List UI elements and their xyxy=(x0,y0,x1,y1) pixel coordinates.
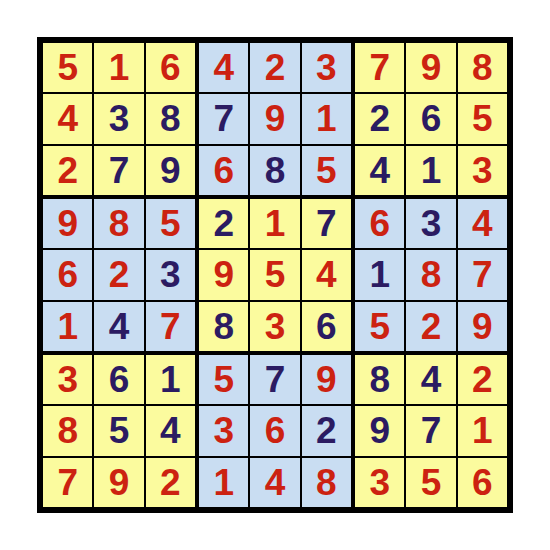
sudoku-cell-r1c5: 2 xyxy=(250,43,299,92)
sudoku-cell-r3c7: 4 xyxy=(355,146,404,195)
sudoku-block-r0c0: 516438279 xyxy=(43,43,195,195)
sudoku-cell-r3c1: 2 xyxy=(43,146,92,195)
sudoku-cell-r6c9: 9 xyxy=(458,302,507,351)
sudoku-cell-r7c9: 2 xyxy=(458,355,507,404)
sudoku-cell-r1c2: 1 xyxy=(94,43,143,92)
sudoku-cell-r3c9: 3 xyxy=(458,146,507,195)
sudoku-cell-r1c9: 8 xyxy=(458,43,507,92)
sudoku-cell-r2c9: 5 xyxy=(458,94,507,143)
sudoku-cell-r1c6: 3 xyxy=(302,43,351,92)
sudoku-cell-r1c7: 7 xyxy=(355,43,404,92)
sudoku-cell-r5c3: 3 xyxy=(146,250,195,299)
sudoku-cell-r4c8: 3 xyxy=(406,199,455,248)
sudoku-cell-r5c5: 5 xyxy=(250,250,299,299)
sudoku-cell-r9c3: 2 xyxy=(146,458,195,507)
sudoku-cell-r4c9: 4 xyxy=(458,199,507,248)
sudoku-cell-r1c8: 9 xyxy=(406,43,455,92)
sudoku-cell-r3c5: 8 xyxy=(250,146,299,195)
sudoku-cell-r5c4: 9 xyxy=(199,250,248,299)
sudoku-cell-r2c7: 2 xyxy=(355,94,404,143)
sudoku-cell-r4c4: 2 xyxy=(199,199,248,248)
sudoku-block-r0c2: 798265413 xyxy=(355,43,507,195)
sudoku-cell-r7c2: 6 xyxy=(94,355,143,404)
sudoku-cell-r9c4: 1 xyxy=(199,458,248,507)
sudoku-cell-r8c2: 5 xyxy=(94,406,143,455)
sudoku-cell-r8c4: 3 xyxy=(199,406,248,455)
sudoku-cell-r2c2: 3 xyxy=(94,94,143,143)
sudoku-cell-r2c3: 8 xyxy=(146,94,195,143)
sudoku-cell-r4c6: 7 xyxy=(302,199,351,248)
sudoku-block-r0c1: 423791685 xyxy=(199,43,351,195)
sudoku-cell-r6c4: 8 xyxy=(199,302,248,351)
sudoku-cell-r9c8: 5 xyxy=(406,458,455,507)
sudoku-cell-r7c6: 9 xyxy=(302,355,351,404)
sudoku-cell-r8c1: 8 xyxy=(43,406,92,455)
sudoku-cell-r8c7: 9 xyxy=(355,406,404,455)
sudoku-cell-r7c5: 7 xyxy=(250,355,299,404)
sudoku-cell-r8c6: 2 xyxy=(302,406,351,455)
sudoku-cell-r6c5: 3 xyxy=(250,302,299,351)
sudoku-cell-r1c4: 4 xyxy=(199,43,248,92)
sudoku-cell-r7c1: 3 xyxy=(43,355,92,404)
sudoku-cell-r5c2: 2 xyxy=(94,250,143,299)
sudoku-cell-r7c8: 4 xyxy=(406,355,455,404)
sudoku-cell-r5c7: 1 xyxy=(355,250,404,299)
sudoku-cell-r4c3: 5 xyxy=(146,199,195,248)
sudoku-cell-r7c4: 5 xyxy=(199,355,248,404)
sudoku-cell-r8c3: 4 xyxy=(146,406,195,455)
sudoku-cell-r2c1: 4 xyxy=(43,94,92,143)
sudoku-cell-r4c7: 6 xyxy=(355,199,404,248)
sudoku-cell-r7c7: 8 xyxy=(355,355,404,404)
sudoku-block-r1c1: 217954836 xyxy=(199,199,351,351)
sudoku-cell-r9c1: 7 xyxy=(43,458,92,507)
sudoku-cell-r6c8: 2 xyxy=(406,302,455,351)
sudoku-cell-r2c4: 7 xyxy=(199,94,248,143)
sudoku-cell-r4c5: 1 xyxy=(250,199,299,248)
sudoku-block-r2c1: 579362148 xyxy=(199,355,351,507)
sudoku-cell-r4c2: 8 xyxy=(94,199,143,248)
sudoku-cell-r2c6: 1 xyxy=(302,94,351,143)
sudoku-cell-r3c6: 5 xyxy=(302,146,351,195)
sudoku-cell-r1c3: 6 xyxy=(146,43,195,92)
sudoku-cell-r9c5: 4 xyxy=(250,458,299,507)
sudoku-cell-r5c9: 7 xyxy=(458,250,507,299)
sudoku-cell-r8c5: 6 xyxy=(250,406,299,455)
sudoku-board: 5164382794237916857982654139856231472179… xyxy=(37,37,513,513)
sudoku-cell-r9c9: 6 xyxy=(458,458,507,507)
page-background: 5164382794237916857982654139856231472179… xyxy=(0,0,550,550)
sudoku-cell-r8c9: 1 xyxy=(458,406,507,455)
sudoku-cell-r6c1: 1 xyxy=(43,302,92,351)
sudoku-cell-r9c7: 3 xyxy=(355,458,404,507)
sudoku-cell-r3c2: 7 xyxy=(94,146,143,195)
sudoku-cell-r8c8: 7 xyxy=(406,406,455,455)
sudoku-cell-r6c7: 5 xyxy=(355,302,404,351)
sudoku-block-r1c2: 634187529 xyxy=(355,199,507,351)
sudoku-cell-r9c2: 9 xyxy=(94,458,143,507)
sudoku-cell-r5c8: 8 xyxy=(406,250,455,299)
sudoku-cell-r1c1: 5 xyxy=(43,43,92,92)
sudoku-cell-r3c3: 9 xyxy=(146,146,195,195)
sudoku-cell-r2c5: 9 xyxy=(250,94,299,143)
sudoku-cell-r3c4: 6 xyxy=(199,146,248,195)
sudoku-cell-r3c8: 1 xyxy=(406,146,455,195)
sudoku-cell-r6c3: 7 xyxy=(146,302,195,351)
sudoku-cell-r9c6: 8 xyxy=(302,458,351,507)
sudoku-cell-r6c2: 4 xyxy=(94,302,143,351)
sudoku-block-r1c0: 985623147 xyxy=(43,199,195,351)
sudoku-cell-r2c8: 6 xyxy=(406,94,455,143)
sudoku-cell-r5c6: 4 xyxy=(302,250,351,299)
sudoku-block-r2c0: 361854792 xyxy=(43,355,195,507)
sudoku-cell-r7c3: 1 xyxy=(146,355,195,404)
sudoku-cell-r4c1: 9 xyxy=(43,199,92,248)
sudoku-block-r2c2: 842971356 xyxy=(355,355,507,507)
sudoku-cell-r5c1: 6 xyxy=(43,250,92,299)
sudoku-cell-r6c6: 6 xyxy=(302,302,351,351)
